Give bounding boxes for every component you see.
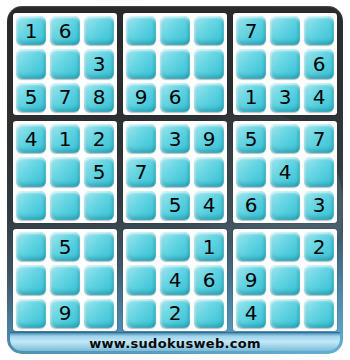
sudoku-cell[interactable] (84, 191, 114, 220)
sudoku-cell[interactable] (236, 232, 266, 261)
sudoku-cell[interactable]: 7 (304, 124, 334, 153)
sudoku-cell[interactable]: 5 (50, 232, 80, 261)
board-frame: 163578967613441253975457463591462294 www… (7, 6, 343, 354)
sudoku-cell[interactable]: 6 (160, 83, 190, 112)
sudoku-cell[interactable]: 8 (84, 83, 114, 112)
sudoku-cell[interactable]: 2 (84, 124, 114, 153)
sudoku-box: 57463 (233, 121, 337, 223)
sudoku-cell[interactable] (84, 232, 114, 261)
sudoku-cell[interactable]: 4 (270, 157, 300, 186)
sudoku-cell[interactable] (84, 299, 114, 328)
sudoku-cell[interactable]: 1 (16, 16, 46, 45)
sudoku-cell[interactable] (270, 191, 300, 220)
sudoku-cell[interactable] (126, 232, 156, 261)
sudoku-cell[interactable] (160, 232, 190, 261)
sudoku-cell[interactable] (16, 299, 46, 328)
sudoku-cell[interactable] (126, 191, 156, 220)
sudoku-cell[interactable]: 7 (126, 157, 156, 186)
sudoku-cell[interactable] (194, 157, 224, 186)
sudoku-cell[interactable] (160, 157, 190, 186)
sudoku-cell[interactable]: 5 (16, 83, 46, 112)
sudoku-cell[interactable] (304, 299, 334, 328)
sudoku-cell[interactable]: 9 (236, 265, 266, 294)
sudoku-cell[interactable] (194, 16, 224, 45)
sudoku-cell[interactable]: 2 (304, 232, 334, 261)
sudoku-cell[interactable]: 4 (16, 124, 46, 153)
sudoku-cell[interactable] (126, 16, 156, 45)
sudoku-cell[interactable]: 3 (270, 83, 300, 112)
sudoku-cell[interactable]: 1 (50, 124, 80, 153)
sudoku-cell[interactable] (270, 124, 300, 153)
sudoku-cell[interactable]: 4 (194, 191, 224, 220)
sudoku-cell[interactable] (304, 16, 334, 45)
sudoku-cell[interactable]: 9 (194, 124, 224, 153)
sudoku-cell[interactable] (160, 16, 190, 45)
sudoku-cell[interactable] (16, 49, 46, 78)
sudoku-cell[interactable]: 2 (160, 299, 190, 328)
sudoku-cell[interactable] (16, 265, 46, 294)
sudoku-cell[interactable]: 6 (304, 49, 334, 78)
sudoku-cell[interactable] (194, 299, 224, 328)
sudoku-cell[interactable]: 4 (236, 299, 266, 328)
sudoku-cell[interactable] (50, 191, 80, 220)
sudoku-cell[interactable] (270, 265, 300, 294)
sudoku-cell[interactable]: 5 (236, 124, 266, 153)
sudoku-cell[interactable] (126, 124, 156, 153)
sudoku-box: 59 (13, 229, 117, 331)
sudoku-box: 96 (123, 13, 227, 115)
sudoku-cell[interactable] (236, 49, 266, 78)
sudoku-cell[interactable] (16, 191, 46, 220)
sudoku-cell[interactable] (304, 157, 334, 186)
sudoku-cell[interactable] (270, 299, 300, 328)
sudoku-cell[interactable] (270, 49, 300, 78)
sudoku-cell[interactable]: 1 (194, 232, 224, 261)
sudoku-box: 163578 (13, 13, 117, 115)
sudoku-cell[interactable] (50, 157, 80, 186)
sudoku-cell[interactable] (50, 49, 80, 78)
sudoku-cell[interactable]: 6 (194, 265, 224, 294)
sudoku-box: 1462 (123, 229, 227, 331)
website-link[interactable]: www.sudokusweb.com (89, 336, 261, 351)
sudoku-cell[interactable]: 4 (304, 83, 334, 112)
sudoku-cell[interactable]: 3 (84, 49, 114, 78)
sudoku-cell[interactable]: 4 (160, 265, 190, 294)
sudoku-cell[interactable]: 3 (160, 124, 190, 153)
sudoku-cell[interactable] (126, 265, 156, 294)
sudoku-cell[interactable] (16, 232, 46, 261)
sudoku-cell[interactable]: 1 (236, 83, 266, 112)
sudoku-cell[interactable] (194, 49, 224, 78)
sudoku-cell[interactable] (194, 83, 224, 112)
sudoku-cell[interactable]: 5 (160, 191, 190, 220)
sudoku-cell[interactable] (126, 299, 156, 328)
sudoku-cell[interactable] (126, 49, 156, 78)
sudoku-cell[interactable] (304, 265, 334, 294)
sudoku-cell[interactable] (84, 265, 114, 294)
sudoku-box: 76134 (233, 13, 337, 115)
sudoku-cell[interactable]: 6 (50, 16, 80, 45)
sudoku-cell[interactable] (16, 157, 46, 186)
sudoku-cell[interactable] (236, 157, 266, 186)
sudoku-cell[interactable]: 7 (50, 83, 80, 112)
sudoku-cell[interactable] (270, 232, 300, 261)
sudoku-cell[interactable] (84, 16, 114, 45)
sudoku-box: 4125 (13, 121, 117, 223)
sudoku-box: 39754 (123, 121, 227, 223)
sudoku-cell[interactable] (270, 16, 300, 45)
sudoku-cell[interactable]: 5 (84, 157, 114, 186)
sudoku-cell[interactable]: 7 (236, 16, 266, 45)
sudoku-cell[interactable]: 6 (236, 191, 266, 220)
footer-bar: www.sudokusweb.com (10, 332, 340, 351)
sudoku-board: 163578967613441253975457463591462294 (13, 13, 337, 331)
sudoku-cell[interactable]: 9 (50, 299, 80, 328)
sudoku-cell[interactable] (50, 265, 80, 294)
sudoku-cell[interactable] (160, 49, 190, 78)
sudoku-box: 294 (233, 229, 337, 331)
sudoku-cell[interactable]: 9 (126, 83, 156, 112)
sudoku-cell[interactable]: 3 (304, 191, 334, 220)
